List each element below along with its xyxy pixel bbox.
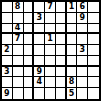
cell-r3c4[interactable] — [34, 24, 45, 35]
cell-r6c8[interactable] — [77, 56, 88, 67]
cell-r3c5[interactable] — [45, 24, 56, 35]
cell-r4c5[interactable]: 1 — [45, 34, 56, 45]
cell-r4c6[interactable] — [56, 34, 67, 45]
cell-r3c1[interactable] — [2, 24, 13, 35]
cell-r4c3[interactable] — [24, 34, 35, 45]
cell-r5c2[interactable] — [13, 45, 24, 56]
cell-r8c5[interactable] — [45, 77, 56, 88]
cell-r1c5[interactable]: 7 — [45, 2, 56, 13]
cell-r4c4[interactable] — [34, 34, 45, 45]
cell-r7c6[interactable] — [56, 67, 67, 78]
cell-r6c3[interactable] — [24, 56, 35, 67]
cell-r9c5[interactable] — [45, 88, 56, 99]
cell-r8c6[interactable] — [56, 77, 67, 88]
cell-r5c3[interactable] — [24, 45, 35, 56]
cell-r5c6[interactable] — [56, 45, 67, 56]
cell-r8c1[interactable] — [2, 77, 13, 88]
cell-r9c3[interactable] — [24, 88, 35, 99]
cell-r6c5[interactable] — [45, 56, 56, 67]
cell-r7c7[interactable] — [67, 67, 78, 78]
cell-r2c1[interactable] — [2, 13, 13, 24]
cell-r3c2[interactable]: 4 — [13, 24, 24, 35]
cell-r9c1[interactable]: 9 — [2, 88, 13, 99]
cell-r6c6[interactable] — [56, 56, 67, 67]
cell-r9c2[interactable] — [13, 88, 24, 99]
cell-r4c1[interactable] — [2, 34, 13, 45]
cell-r6c1[interactable] — [2, 56, 13, 67]
cell-r8c8[interactable] — [77, 77, 88, 88]
cell-r7c4[interactable]: 9 — [34, 67, 45, 78]
cell-r8c7[interactable]: 8 — [67, 77, 78, 88]
cell-r4c7[interactable] — [67, 34, 78, 45]
cell-r2c2[interactable] — [13, 13, 24, 24]
cell-r3c6[interactable] — [56, 24, 67, 35]
cell-r1c2[interactable]: 8 — [13, 2, 24, 13]
cell-r2c6[interactable] — [56, 13, 67, 24]
cell-r5c4[interactable] — [34, 45, 45, 56]
cell-r7c8[interactable] — [77, 67, 88, 78]
cell-r2c7[interactable] — [67, 13, 78, 24]
cell-r3c3[interactable] — [24, 24, 35, 35]
cell-r7c3[interactable] — [24, 67, 35, 78]
cell-r1c6[interactable] — [56, 2, 67, 13]
cell-r2c4[interactable]: 3 — [34, 13, 45, 24]
cell-r3c9[interactable] — [88, 24, 99, 35]
cell-r1c7[interactable]: 1 — [67, 2, 78, 13]
cell-r6c9[interactable] — [88, 56, 99, 67]
cell-r1c8[interactable]: 6 — [77, 2, 88, 13]
cell-r2c9[interactable] — [88, 13, 99, 24]
cell-r9c8[interactable] — [77, 88, 88, 99]
cell-r2c3[interactable] — [24, 13, 35, 24]
cell-r1c1[interactable] — [2, 2, 13, 13]
cell-r8c4[interactable]: 4 — [34, 77, 45, 88]
cell-r5c7[interactable] — [67, 45, 78, 56]
cell-r9c6[interactable] — [56, 88, 67, 99]
cell-r1c3[interactable] — [24, 2, 35, 13]
cell-r2c5[interactable] — [45, 13, 56, 24]
cell-r7c5[interactable] — [45, 67, 56, 78]
cell-r3c8[interactable] — [77, 24, 88, 35]
cell-r5c9[interactable] — [88, 45, 99, 56]
cell-r1c9[interactable] — [88, 2, 99, 13]
cell-r2c8[interactable]: 9 — [77, 13, 88, 24]
cell-r4c9[interactable] — [88, 34, 99, 45]
sudoku-board: 87163947123394895 — [0, 0, 101, 101]
cell-r5c5[interactable] — [45, 45, 56, 56]
cell-r9c7[interactable]: 5 — [67, 88, 78, 99]
cell-r9c9[interactable] — [88, 88, 99, 99]
cell-r9c4[interactable] — [34, 88, 45, 99]
cell-r6c7[interactable] — [67, 56, 78, 67]
cell-r8c2[interactable] — [13, 77, 24, 88]
cell-r7c9[interactable] — [88, 67, 99, 78]
cell-r7c2[interactable] — [13, 67, 24, 78]
cell-r8c3[interactable] — [24, 77, 35, 88]
cell-r6c2[interactable] — [13, 56, 24, 67]
cell-r4c8[interactable] — [77, 34, 88, 45]
cell-r1c4[interactable] — [34, 2, 45, 13]
cell-r4c2[interactable]: 7 — [13, 34, 24, 45]
cell-r7c1[interactable]: 3 — [2, 67, 13, 78]
cell-r5c1[interactable]: 2 — [2, 45, 13, 56]
cell-r5c8[interactable]: 3 — [77, 45, 88, 56]
cell-r3c7[interactable] — [67, 24, 78, 35]
cell-r6c4[interactable] — [34, 56, 45, 67]
cell-r8c9[interactable] — [88, 77, 99, 88]
